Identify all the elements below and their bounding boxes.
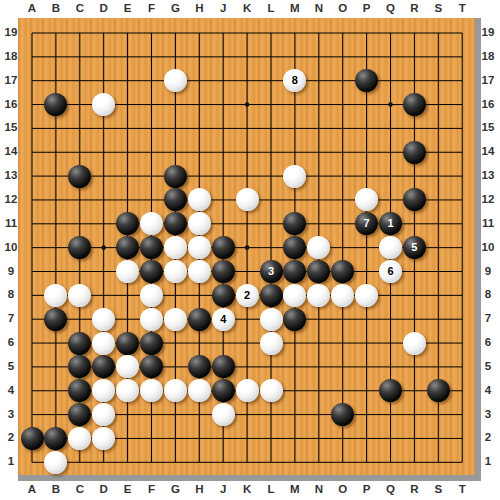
column-label-top: K [243,3,251,15]
stone-white[interactable] [116,379,139,402]
stone-white[interactable] [92,332,115,355]
column-label-top: L [267,3,274,15]
stone-black[interactable] [212,379,235,402]
stone-white[interactable] [92,403,115,426]
column-label-bottom: C [76,484,84,496]
column-label-bottom: Q [386,484,395,496]
stone-black[interactable] [140,332,163,355]
stone-white[interactable] [44,284,67,307]
stone-white[interactable] [307,284,330,307]
stone-white[interactable] [331,284,354,307]
stone-black[interactable]: 1 [379,212,402,235]
column-label-bottom: T [459,484,466,496]
stone-black[interactable] [403,93,426,116]
move-number-label: 1 [379,212,402,235]
column-label-top: R [410,3,418,15]
column-label-top: C [76,3,84,15]
move-number-label: 4 [212,308,235,331]
stone-black[interactable] [283,308,306,331]
stone-black[interactable] [68,332,91,355]
stone-white[interactable] [164,69,187,92]
stone-black[interactable] [212,284,235,307]
column-label-top: J [220,3,226,15]
stone-black[interactable] [44,308,67,331]
stone-black[interactable] [92,355,115,378]
stone-white[interactable] [260,379,283,402]
stone-white[interactable] [92,93,115,116]
row-label-left: 13 [5,170,18,182]
stone-black[interactable] [283,236,306,259]
column-label-bottom: K [243,484,251,496]
stone-white[interactable] [260,332,283,355]
row-label-left: 14 [5,147,18,159]
stone-white[interactable] [140,212,163,235]
row-label-right: 9 [485,266,491,278]
column-label-bottom: G [171,484,180,496]
row-label-right: 16 [482,99,495,111]
row-label-right: 19 [482,27,495,39]
row-label-right: 15 [482,123,495,135]
stone-black[interactable] [188,308,211,331]
stone-black[interactable]: 7 [355,212,378,235]
stone-black[interactable] [283,212,306,235]
row-label-left: 5 [8,361,14,373]
stone-black[interactable] [21,427,44,450]
row-label-left: 12 [5,194,18,206]
column-label-top: B [52,3,60,15]
move-number-label: 8 [283,69,306,92]
row-label-right: 7 [485,313,491,325]
stone-white[interactable] [164,308,187,331]
stone-black[interactable] [307,260,330,283]
column-label-bottom: A [28,484,36,496]
column-label-top: S [434,3,442,15]
stone-black[interactable] [403,188,426,211]
column-label-bottom: P [363,484,371,496]
stone-black[interactable] [140,260,163,283]
row-label-left: 18 [5,51,18,63]
stone-white[interactable] [116,355,139,378]
row-label-right: 14 [482,147,495,159]
row-label-right: 10 [482,242,495,254]
stone-white[interactable] [116,260,139,283]
column-label-top: Q [386,3,395,15]
stone-black[interactable] [331,260,354,283]
stone-black[interactable] [212,260,235,283]
row-label-right: 6 [485,337,491,349]
column-label-bottom: R [410,484,418,496]
row-label-right: 18 [482,51,495,63]
row-label-left: 4 [8,385,14,397]
go-board-diagram: ABCDEFGHJKLMNOPQRST 19181716151413121110… [0,0,500,500]
stone-black[interactable] [140,236,163,259]
column-label-bottom: S [434,484,442,496]
stone-white[interactable] [188,188,211,211]
row-label-left: 1 [8,457,14,469]
stone-black[interactable] [427,379,450,402]
go-board[interactable]: 71538624 [18,18,481,481]
column-label-bottom: B [52,484,60,496]
row-label-right: 2 [485,433,491,445]
stone-black[interactable] [116,212,139,235]
column-label-top: D [100,3,108,15]
row-label-left: 3 [8,409,14,421]
stone-white[interactable] [355,284,378,307]
column-label-bottom: O [338,484,347,496]
row-label-right: 3 [485,409,491,421]
stone-white[interactable] [188,212,211,235]
stone-white[interactable] [164,260,187,283]
column-label-bottom: J [220,484,226,496]
stone-white[interactable] [140,308,163,331]
row-label-right: 17 [482,75,495,87]
stone-white[interactable] [188,379,211,402]
stone-black[interactable] [116,332,139,355]
stone-white[interactable] [164,236,187,259]
stone-white[interactable] [283,165,306,188]
stone-black[interactable] [164,212,187,235]
column-label-top: M [290,3,300,15]
stone-black[interactable] [355,69,378,92]
column-label-bottom: L [267,484,274,496]
column-label-top: H [195,3,203,15]
stone-black[interactable] [212,236,235,259]
row-label-left: 16 [5,99,18,111]
column-label-bottom: D [100,484,108,496]
stone-white[interactable]: 2 [236,284,259,307]
row-label-left: 19 [5,27,18,39]
row-label-left: 2 [8,433,14,445]
stone-white[interactable] [164,379,187,402]
column-label-top: F [148,3,155,15]
row-label-right: 8 [485,290,491,302]
stone-white[interactable] [260,308,283,331]
stone-white[interactable] [92,427,115,450]
row-label-left: 8 [8,290,14,302]
stone-white[interactable] [236,379,259,402]
stone-black[interactable] [44,427,67,450]
row-label-left: 9 [8,266,14,278]
stone-white[interactable] [188,236,211,259]
stone-black[interactable] [68,403,91,426]
row-label-right: 11 [482,218,494,230]
stone-black[interactable] [260,284,283,307]
move-number-label: 6 [379,260,402,283]
stone-white[interactable] [140,379,163,402]
column-label-top: A [28,3,36,15]
stone-white[interactable] [140,284,163,307]
stone-black[interactable] [68,379,91,402]
stone-black[interactable] [212,355,235,378]
column-label-bottom: H [195,484,203,496]
row-label-right: 12 [482,194,495,206]
stone-white[interactable] [188,260,211,283]
stone-white[interactable] [68,427,91,450]
row-label-right: 4 [485,385,491,397]
stone-white[interactable] [212,403,235,426]
stone-white[interactable] [307,236,330,259]
row-label-left: 11 [5,218,17,230]
column-label-bottom: M [290,484,300,496]
stone-black[interactable] [188,355,211,378]
column-label-top: T [459,3,466,15]
row-label-left: 15 [5,123,18,135]
stone-black[interactable] [379,379,402,402]
stone-white[interactable]: 4 [212,308,235,331]
stone-black[interactable] [68,236,91,259]
stone-black[interactable] [68,165,91,188]
stone-white[interactable] [92,308,115,331]
stone-black[interactable] [164,165,187,188]
stone-black[interactable] [331,403,354,426]
column-label-top: G [171,3,180,15]
column-label-bottom: N [315,484,323,496]
column-label-top: O [338,3,347,15]
stone-white[interactable]: 8 [283,69,306,92]
stone-black[interactable] [140,355,163,378]
column-label-top: E [124,3,132,15]
stone-white[interactable] [92,379,115,402]
column-label-bottom: F [148,484,155,496]
stone-black[interactable] [116,236,139,259]
stone-black[interactable] [283,260,306,283]
row-label-left: 7 [8,313,14,325]
stone-white[interactable] [355,188,378,211]
stone-black[interactable] [68,355,91,378]
row-label-left: 17 [5,75,18,87]
stone-white[interactable] [44,451,67,474]
stone-white[interactable] [283,284,306,307]
stone-black[interactable]: 3 [260,260,283,283]
row-label-left: 6 [8,337,14,349]
row-label-right: 1 [485,457,491,469]
row-label-right: 13 [482,170,495,182]
stone-white[interactable] [236,188,259,211]
stone-white[interactable] [68,284,91,307]
row-label-left: 10 [5,242,18,254]
move-number-label: 5 [403,236,426,259]
move-number-label: 3 [260,260,283,283]
stone-white[interactable]: 6 [379,260,402,283]
stone-black[interactable] [403,141,426,164]
row-label-right: 5 [485,361,491,373]
stone-white[interactable] [403,332,426,355]
stone-black[interactable] [44,93,67,116]
column-label-top: N [315,3,323,15]
move-number-label: 2 [236,284,259,307]
column-label-bottom: E [124,484,132,496]
move-number-label: 7 [355,212,378,235]
column-label-top: P [363,3,371,15]
stone-black[interactable]: 5 [403,236,426,259]
stones-layer: 71538624 [18,18,475,475]
stone-black[interactable] [164,188,187,211]
stone-white[interactable] [379,236,402,259]
